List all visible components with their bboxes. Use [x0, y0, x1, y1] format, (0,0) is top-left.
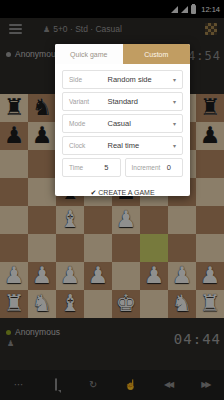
time-value: 5: [104, 163, 108, 172]
chevron-down-icon: ▾: [173, 76, 176, 83]
variant-label: Variant: [69, 98, 108, 105]
side-select[interactable]: Side Random side ▾: [62, 70, 183, 89]
chevron-down-icon: ▾: [173, 98, 176, 105]
side-label: Side: [69, 76, 108, 83]
create-game-label: CREATE A GAME: [98, 189, 154, 196]
increment-value: 0: [167, 163, 171, 172]
increment-label: Increment: [132, 164, 146, 171]
dialog-tabs: Quick game Custom: [55, 44, 190, 64]
increment-input[interactable]: Increment 0: [125, 158, 184, 177]
create-game-dialog: Quick game Custom Side Random side ▾ Var…: [55, 44, 190, 196]
clock-select[interactable]: Clock Real time ▾: [62, 136, 183, 155]
variant-value: Standard: [108, 97, 138, 106]
create-game-button[interactable]: ✔CREATE A GAME: [62, 186, 183, 196]
check-icon: ✔: [90, 189, 96, 196]
clock-label: Clock: [69, 142, 108, 149]
time-input[interactable]: Time 5: [62, 158, 121, 177]
tab-custom[interactable]: Custom: [123, 44, 191, 64]
tab-quick-game[interactable]: Quick game: [55, 44, 123, 64]
clock-value: Real time: [108, 141, 140, 150]
app-screen: 12:14 ♟ 5+0 · Std · Casual Anonymous 04:…: [0, 0, 224, 400]
chevron-down-icon: ▾: [173, 142, 176, 149]
mode-value: Casual: [108, 119, 131, 128]
variant-select[interactable]: Variant Standard ▾: [62, 92, 183, 111]
mode-label: Mode: [69, 120, 108, 127]
chevron-down-icon: ▾: [173, 120, 176, 127]
mode-select[interactable]: Mode Casual ▾: [62, 114, 183, 133]
time-label: Time: [69, 164, 83, 171]
side-value: Random side: [108, 75, 152, 84]
